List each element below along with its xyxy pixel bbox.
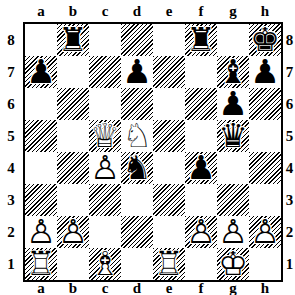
piece-black-rook: ♜♜	[185, 24, 217, 56]
rank-label-right-2: 2	[284, 216, 295, 248]
square-g5[interactable]: ♛♛	[217, 120, 249, 152]
square-a6[interactable]	[25, 88, 57, 120]
piece-glyph: ♙	[89, 152, 121, 184]
square-b3[interactable]	[57, 184, 89, 216]
piece-glyph: ♜	[57, 24, 89, 56]
file-label-bottom-h: h	[249, 281, 281, 295]
piece-halo: ♟	[249, 216, 281, 248]
square-c6[interactable]	[89, 88, 121, 120]
piece-halo: ♟	[249, 56, 281, 88]
square-e8[interactable]	[153, 24, 185, 56]
piece-white-rook: ♜♖	[153, 248, 185, 280]
piece-glyph: ♞	[121, 152, 153, 184]
rank-label-right-4: 4	[284, 152, 295, 184]
piece-halo: ♚	[217, 248, 249, 280]
square-f8[interactable]: ♜♜	[185, 24, 217, 56]
square-d4[interactable]: ♞♞	[121, 152, 153, 184]
rank-label-right-5: 5	[284, 120, 295, 152]
square-g7[interactable]: ♝♝	[217, 56, 249, 88]
square-b5[interactable]	[57, 120, 89, 152]
piece-glyph: ♙	[185, 216, 217, 248]
file-label-bottom-e: e	[153, 281, 185, 295]
square-c7[interactable]	[89, 56, 121, 88]
piece-halo: ♜	[57, 24, 89, 56]
rank-label-right-6: 6	[284, 88, 295, 120]
chess-diagram: abcdefgh 87654321 ♜♜♜♜♚♚♟♟♟♟♝♝♟♟♟♟♛♕♞♘♛♛…	[0, 0, 295, 295]
file-label-top-f: f	[185, 1, 217, 21]
piece-white-queen: ♛♕	[89, 120, 121, 152]
piece-halo: ♚	[249, 24, 281, 56]
piece-glyph: ♙	[217, 216, 249, 248]
square-d8[interactable]	[121, 24, 153, 56]
square-e4[interactable]	[153, 152, 185, 184]
piece-glyph: ♗	[89, 248, 121, 280]
piece-halo: ♛	[89, 120, 121, 152]
square-g8[interactable]	[217, 24, 249, 56]
piece-halo: ♝	[89, 248, 121, 280]
square-c1[interactable]: ♝♗	[89, 248, 121, 280]
rank-label-left-7: 7	[0, 56, 22, 88]
piece-glyph: ♝	[217, 56, 249, 88]
square-a2[interactable]: ♟♙	[25, 216, 57, 248]
square-a8[interactable]	[25, 24, 57, 56]
piece-white-knight: ♞♘	[121, 120, 153, 152]
rank-label-left-3: 3	[0, 184, 22, 216]
piece-black-pawn: ♟♟	[25, 56, 57, 88]
piece-halo: ♟	[217, 88, 249, 120]
piece-glyph: ♟	[217, 88, 249, 120]
square-b7[interactable]	[57, 56, 89, 88]
piece-glyph: ♙	[249, 216, 281, 248]
square-b6[interactable]	[57, 88, 89, 120]
file-label-bottom-g: g	[217, 281, 249, 295]
piece-white-pawn: ♟♙	[57, 216, 89, 248]
rank-label-left-6: 6	[0, 88, 22, 120]
square-d1[interactable]	[121, 248, 153, 280]
file-label-top-h: h	[249, 1, 281, 21]
file-label-top-g: g	[217, 1, 249, 21]
square-d6[interactable]	[121, 88, 153, 120]
rank-label-left-1: 1	[0, 248, 22, 280]
piece-halo: ♟	[89, 152, 121, 184]
piece-black-rook: ♜♜	[57, 24, 89, 56]
square-b4[interactable]	[57, 152, 89, 184]
piece-glyph: ♘	[121, 120, 153, 152]
file-label-top-b: b	[57, 1, 89, 21]
square-c5[interactable]: ♛♕	[89, 120, 121, 152]
piece-glyph: ♟	[121, 56, 153, 88]
rank-label-right-1: 1	[284, 248, 295, 280]
file-label-bottom-d: d	[121, 281, 153, 295]
square-e5[interactable]	[153, 120, 185, 152]
square-d2[interactable]	[121, 216, 153, 248]
piece-halo: ♟	[25, 216, 57, 248]
rank-label-left-4: 4	[0, 152, 22, 184]
square-d5[interactable]: ♞♘	[121, 120, 153, 152]
square-e7[interactable]	[153, 56, 185, 88]
piece-black-knight: ♞♞	[121, 152, 153, 184]
square-h3[interactable]	[249, 184, 281, 216]
square-c8[interactable]	[89, 24, 121, 56]
square-h7[interactable]: ♟♟	[249, 56, 281, 88]
square-d3[interactable]	[121, 184, 153, 216]
piece-halo: ♟	[185, 216, 217, 248]
piece-glyph: ♛	[217, 120, 249, 152]
file-label-bottom-c: c	[89, 281, 121, 295]
piece-glyph: ♚	[249, 24, 281, 56]
piece-glyph: ♟	[185, 152, 217, 184]
piece-glyph: ♜	[185, 24, 217, 56]
piece-black-pawn: ♟♟	[217, 88, 249, 120]
piece-white-bishop: ♝♗	[89, 248, 121, 280]
piece-black-pawn: ♟♟	[121, 56, 153, 88]
file-label-top-c: c	[89, 1, 121, 21]
square-b1[interactable]	[57, 248, 89, 280]
square-c4[interactable]: ♟♙	[89, 152, 121, 184]
piece-halo: ♞	[121, 120, 153, 152]
piece-halo: ♟	[57, 216, 89, 248]
piece-halo: ♟	[121, 56, 153, 88]
piece-halo: ♛	[217, 120, 249, 152]
piece-black-pawn: ♟♟	[185, 152, 217, 184]
piece-halo: ♟	[185, 152, 217, 184]
rank-label-left-8: 8	[0, 24, 22, 56]
file-label-top-e: e	[153, 1, 185, 21]
square-g4[interactable]	[217, 152, 249, 184]
square-f7[interactable]	[185, 56, 217, 88]
square-f1[interactable]	[185, 248, 217, 280]
square-e3[interactable]	[153, 184, 185, 216]
square-e6[interactable]	[153, 88, 185, 120]
piece-halo: ♜	[153, 248, 185, 280]
square-h1[interactable]	[249, 248, 281, 280]
piece-white-pawn: ♟♙	[25, 216, 57, 248]
square-a4[interactable]	[25, 152, 57, 184]
square-c2[interactable]	[89, 216, 121, 248]
square-g2[interactable]: ♟♙	[217, 216, 249, 248]
piece-black-king: ♚♚	[249, 24, 281, 56]
rank-label-right-8: 8	[284, 24, 295, 56]
square-e2[interactable]	[153, 216, 185, 248]
file-label-top-a: a	[25, 1, 57, 21]
piece-glyph: ♙	[57, 216, 89, 248]
piece-halo: ♜	[185, 24, 217, 56]
file-labels-bottom: abcdefgh	[25, 281, 281, 295]
square-b8[interactable]: ♜♜	[57, 24, 89, 56]
square-a3[interactable]	[25, 184, 57, 216]
piece-glyph: ♙	[25, 216, 57, 248]
piece-glyph: ♖	[153, 248, 185, 280]
square-h6[interactable]	[249, 88, 281, 120]
square-f2[interactable]: ♟♙	[185, 216, 217, 248]
piece-glyph: ♟	[25, 56, 57, 88]
rank-label-left-2: 2	[0, 216, 22, 248]
square-f4[interactable]: ♟♟	[185, 152, 217, 184]
piece-glyph: ♖	[25, 248, 57, 280]
square-d7[interactable]: ♟♟	[121, 56, 153, 88]
square-c3[interactable]	[89, 184, 121, 216]
piece-white-rook: ♜♖	[25, 248, 57, 280]
square-e1[interactable]: ♜♖	[153, 248, 185, 280]
square-f6[interactable]	[185, 88, 217, 120]
square-f3[interactable]	[185, 184, 217, 216]
piece-halo: ♟	[217, 216, 249, 248]
square-a1[interactable]: ♜♖	[25, 248, 57, 280]
square-g1[interactable]: ♚♔	[217, 248, 249, 280]
piece-white-pawn: ♟♙	[249, 216, 281, 248]
file-label-bottom-b: b	[57, 281, 89, 295]
piece-white-king: ♚♔	[217, 248, 249, 280]
file-label-bottom-a: a	[25, 281, 57, 295]
rank-labels-right: 87654321	[284, 24, 295, 280]
piece-glyph: ♔	[217, 248, 249, 280]
file-label-bottom-f: f	[185, 281, 217, 295]
piece-black-bishop: ♝♝	[217, 56, 249, 88]
file-label-top-d: d	[121, 1, 153, 21]
piece-halo: ♜	[25, 248, 57, 280]
square-b2[interactable]: ♟♙	[57, 216, 89, 248]
piece-halo: ♟	[25, 56, 57, 88]
square-g3[interactable]	[217, 184, 249, 216]
file-labels-top: abcdefgh	[25, 1, 281, 21]
chess-board: ♜♜♜♜♚♚♟♟♟♟♝♝♟♟♟♟♛♕♞♘♛♛♟♙♞♞♟♟♟♙♟♙♟♙♟♙♟♙♜♖…	[23, 22, 283, 282]
piece-white-pawn: ♟♙	[89, 152, 121, 184]
square-a5[interactable]	[25, 120, 57, 152]
piece-glyph: ♕	[89, 120, 121, 152]
piece-halo: ♝	[217, 56, 249, 88]
rank-label-left-5: 5	[0, 120, 22, 152]
square-h8[interactable]: ♚♚	[249, 24, 281, 56]
square-a7[interactable]: ♟♟	[25, 56, 57, 88]
piece-glyph: ♟	[249, 56, 281, 88]
rank-labels-left: 87654321	[0, 24, 22, 280]
rank-label-right-7: 7	[284, 56, 295, 88]
square-h5[interactable]	[249, 120, 281, 152]
piece-black-queen: ♛♛	[217, 120, 249, 152]
square-h2[interactable]: ♟♙	[249, 216, 281, 248]
square-h4[interactable]	[249, 152, 281, 184]
square-f5[interactable]	[185, 120, 217, 152]
piece-halo: ♞	[121, 152, 153, 184]
square-g6[interactable]: ♟♟	[217, 88, 249, 120]
rank-label-right-3: 3	[284, 184, 295, 216]
piece-black-pawn: ♟♟	[249, 56, 281, 88]
piece-white-pawn: ♟♙	[185, 216, 217, 248]
piece-white-pawn: ♟♙	[217, 216, 249, 248]
